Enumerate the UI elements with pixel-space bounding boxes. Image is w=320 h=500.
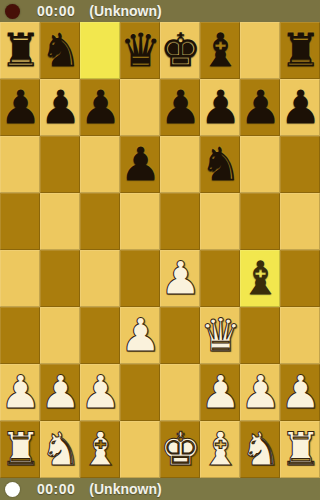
square-c8[interactable] <box>80 22 120 79</box>
square-a6[interactable] <box>0 136 40 193</box>
square-a4[interactable] <box>0 250 40 307</box>
square-h4[interactable] <box>280 250 320 307</box>
piece-black-pawn: ♟ <box>0 79 40 136</box>
square-e3[interactable] <box>160 307 200 364</box>
white-player-indicator-icon <box>5 482 20 497</box>
square-e7[interactable]: ♟ <box>160 79 200 136</box>
square-g4[interactable]: ♝ <box>240 250 280 307</box>
square-b5[interactable] <box>40 193 80 250</box>
square-b4[interactable] <box>40 250 80 307</box>
square-g8[interactable] <box>240 22 280 79</box>
square-a5[interactable] <box>0 193 40 250</box>
square-c7[interactable]: ♟ <box>80 79 120 136</box>
square-g2[interactable]: ♟ <box>240 364 280 421</box>
piece-white-bishop: ♝ <box>80 421 120 478</box>
square-f7[interactable]: ♟ <box>200 79 240 136</box>
square-b6[interactable] <box>40 136 80 193</box>
square-a8[interactable]: ♜ <box>0 22 40 79</box>
square-f6[interactable]: ♞ <box>200 136 240 193</box>
square-a2[interactable]: ♟ <box>0 364 40 421</box>
piece-white-bishop: ♝ <box>200 421 240 478</box>
square-d3[interactable]: ♟ <box>120 307 160 364</box>
piece-black-rook: ♜ <box>0 22 40 79</box>
square-h5[interactable] <box>280 193 320 250</box>
square-c3[interactable] <box>80 307 120 364</box>
square-e5[interactable] <box>160 193 200 250</box>
white-clock: 00:00 <box>37 481 75 497</box>
piece-white-pawn: ♟ <box>80 364 120 421</box>
piece-black-knight: ♞ <box>40 22 80 79</box>
square-d1[interactable] <box>120 421 160 478</box>
piece-white-pawn: ♟ <box>40 364 80 421</box>
piece-black-pawn: ♟ <box>200 79 240 136</box>
square-f4[interactable] <box>200 250 240 307</box>
square-d8[interactable]: ♛ <box>120 22 160 79</box>
square-e2[interactable] <box>160 364 200 421</box>
square-f8[interactable]: ♝ <box>200 22 240 79</box>
piece-white-pawn: ♟ <box>240 364 280 421</box>
square-c5[interactable] <box>80 193 120 250</box>
square-a3[interactable] <box>0 307 40 364</box>
piece-black-bishop: ♝ <box>240 250 280 307</box>
piece-black-pawn: ♟ <box>240 79 280 136</box>
square-g6[interactable] <box>240 136 280 193</box>
square-g1[interactable]: ♞ <box>240 421 280 478</box>
square-g5[interactable] <box>240 193 280 250</box>
piece-white-knight: ♞ <box>240 421 280 478</box>
piece-white-pawn: ♟ <box>0 364 40 421</box>
chess-app-window: 00:00 (Unknown) ♜♞♛♚♝♜♟♟♟♟♟♟♟♟♞♟♝♟♛♟♟♟♟♟… <box>0 0 320 500</box>
piece-white-pawn: ♟ <box>280 364 320 421</box>
square-d5[interactable] <box>120 193 160 250</box>
square-d4[interactable] <box>120 250 160 307</box>
black-clock: 00:00 <box>37 3 75 19</box>
square-a7[interactable]: ♟ <box>0 79 40 136</box>
piece-black-queen: ♛ <box>120 22 160 79</box>
piece-black-bishop: ♝ <box>200 22 240 79</box>
piece-white-pawn: ♟ <box>120 307 160 364</box>
piece-black-pawn: ♟ <box>160 79 200 136</box>
black-player-indicator-icon <box>5 4 20 19</box>
square-f3[interactable]: ♛ <box>200 307 240 364</box>
square-g3[interactable] <box>240 307 280 364</box>
piece-black-pawn: ♟ <box>120 136 160 193</box>
square-h6[interactable] <box>280 136 320 193</box>
white-player-bar: 00:00 (Unknown) <box>0 478 320 500</box>
piece-black-pawn: ♟ <box>280 79 320 136</box>
square-g7[interactable]: ♟ <box>240 79 280 136</box>
black-player-name: (Unknown) <box>89 3 161 19</box>
piece-black-knight: ♞ <box>200 136 240 193</box>
piece-white-king: ♚ <box>160 421 200 478</box>
square-b7[interactable]: ♟ <box>40 79 80 136</box>
piece-white-queen: ♛ <box>200 307 240 364</box>
black-player-bar: 00:00 (Unknown) <box>0 0 320 22</box>
square-d2[interactable] <box>120 364 160 421</box>
piece-white-rook: ♜ <box>280 421 320 478</box>
square-c1[interactable]: ♝ <box>80 421 120 478</box>
square-a1[interactable]: ♜ <box>0 421 40 478</box>
square-e4[interactable]: ♟ <box>160 250 200 307</box>
square-b8[interactable]: ♞ <box>40 22 80 79</box>
piece-black-pawn: ♟ <box>40 79 80 136</box>
square-c2[interactable]: ♟ <box>80 364 120 421</box>
piece-white-pawn: ♟ <box>160 250 200 307</box>
piece-white-rook: ♜ <box>0 421 40 478</box>
square-d7[interactable] <box>120 79 160 136</box>
piece-black-rook: ♜ <box>280 22 320 79</box>
square-c6[interactable] <box>80 136 120 193</box>
square-d6[interactable]: ♟ <box>120 136 160 193</box>
piece-white-knight: ♞ <box>40 421 80 478</box>
square-e6[interactable] <box>160 136 200 193</box>
square-f1[interactable]: ♝ <box>200 421 240 478</box>
square-c4[interactable] <box>80 250 120 307</box>
square-b1[interactable]: ♞ <box>40 421 80 478</box>
chess-board[interactable]: ♜♞♛♚♝♜♟♟♟♟♟♟♟♟♞♟♝♟♛♟♟♟♟♟♟♜♞♝♚♝♞♜ <box>0 22 320 478</box>
square-h7[interactable]: ♟ <box>280 79 320 136</box>
piece-black-pawn: ♟ <box>80 79 120 136</box>
square-e1[interactable]: ♚ <box>160 421 200 478</box>
piece-white-pawn: ♟ <box>200 364 240 421</box>
square-f2[interactable]: ♟ <box>200 364 240 421</box>
square-h1[interactable]: ♜ <box>280 421 320 478</box>
piece-black-king: ♚ <box>160 22 200 79</box>
square-b2[interactable]: ♟ <box>40 364 80 421</box>
square-h3[interactable] <box>280 307 320 364</box>
square-h2[interactable]: ♟ <box>280 364 320 421</box>
square-f5[interactable] <box>200 193 240 250</box>
white-player-name: (Unknown) <box>89 481 161 497</box>
square-b3[interactable] <box>40 307 80 364</box>
square-e8[interactable]: ♚ <box>160 22 200 79</box>
square-h8[interactable]: ♜ <box>280 22 320 79</box>
